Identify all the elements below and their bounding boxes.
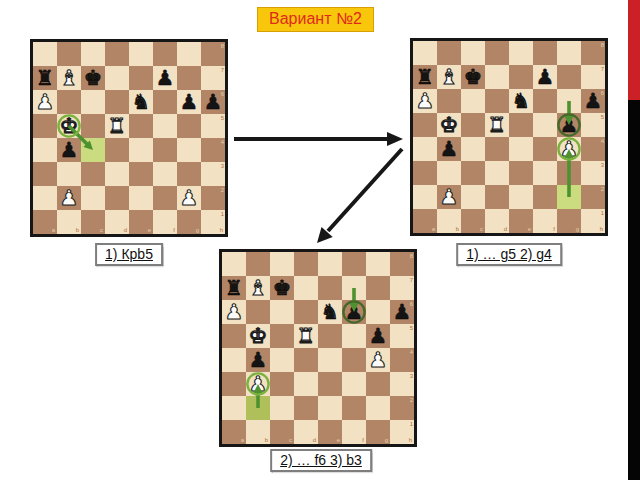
square-d3	[485, 161, 509, 185]
square-g1: g	[557, 209, 581, 233]
square-d8	[105, 42, 129, 66]
square-g5: ♟	[557, 113, 581, 137]
file-label-g: g	[196, 227, 199, 233]
square-a8	[222, 252, 246, 276]
square-d7	[105, 66, 129, 90]
square-f3	[153, 162, 177, 186]
square-d5: ♜	[105, 114, 129, 138]
rank-label-3: 3	[221, 163, 224, 169]
square-c7: ♚	[461, 65, 485, 89]
file-label-c: c	[289, 437, 292, 443]
square-g7	[366, 276, 390, 300]
square-a4	[33, 138, 57, 162]
square-b2	[246, 396, 270, 420]
square-a1: a	[413, 209, 437, 233]
piece-black-p-b4: ♟	[57, 138, 81, 162]
caption-move-3: 2) … f6 3) b3	[270, 449, 372, 472]
square-e4	[318, 348, 342, 372]
piece-black-n-e6: ♞	[318, 300, 342, 324]
square-c2	[270, 396, 294, 420]
square-f8	[533, 41, 557, 65]
square-f7: ♟	[153, 66, 177, 90]
file-label-c: c	[100, 227, 103, 233]
square-a5	[33, 114, 57, 138]
square-c3	[461, 161, 485, 185]
square-f8	[342, 252, 366, 276]
square-g7	[177, 66, 201, 90]
piece-black-p-g5: ♟	[366, 324, 390, 348]
square-b5: ♚	[57, 114, 81, 138]
square-f4	[153, 138, 177, 162]
square-b8	[437, 41, 461, 65]
square-b8	[57, 42, 81, 66]
square-a6: ♟	[222, 300, 246, 324]
square-g6	[557, 89, 581, 113]
square-f5	[342, 324, 366, 348]
square-b4: ♟	[57, 138, 81, 162]
square-e7	[318, 276, 342, 300]
square-h1: 1h	[201, 210, 225, 234]
piece-white-r-d5: ♜	[485, 113, 509, 137]
square-a7: ♜	[33, 66, 57, 90]
file-label-h: h	[600, 226, 603, 232]
square-h8: 8	[390, 252, 414, 276]
square-e1: e	[509, 209, 533, 233]
file-label-c: c	[480, 226, 483, 232]
edge-red-bar	[628, 0, 640, 100]
square-a2	[33, 186, 57, 210]
square-g8	[366, 252, 390, 276]
square-c1: c	[81, 210, 105, 234]
square-f1: f	[342, 420, 366, 444]
square-b5: ♚	[246, 324, 270, 348]
square-h1: 1h	[581, 209, 605, 233]
file-label-d: d	[124, 227, 127, 233]
piece-white-p-a6: ♟	[413, 89, 437, 113]
piece-black-n-e6: ♞	[509, 89, 533, 113]
square-b2: ♟	[57, 186, 81, 210]
rank-label-3: 3	[601, 162, 604, 168]
square-e5	[129, 114, 153, 138]
square-e1: e	[129, 210, 153, 234]
square-d2	[105, 186, 129, 210]
square-h3: 3	[390, 372, 414, 396]
rank-label-8: 8	[601, 42, 604, 48]
rank-label-1: 1	[221, 211, 224, 217]
square-c6	[461, 89, 485, 113]
square-a5	[222, 324, 246, 348]
square-e8	[129, 42, 153, 66]
piece-black-p-f7: ♟	[533, 65, 557, 89]
square-c6	[81, 90, 105, 114]
square-g6: ♟	[177, 90, 201, 114]
square-c7: ♚	[81, 66, 105, 90]
square-h5: 5	[390, 324, 414, 348]
square-h2: 2	[581, 185, 605, 209]
piece-black-p-f7: ♟	[153, 66, 177, 90]
square-e2	[129, 186, 153, 210]
square-d4	[105, 138, 129, 162]
square-g4: ♟	[366, 348, 390, 372]
square-h6: 6♟	[390, 300, 414, 324]
square-d5: ♜	[294, 324, 318, 348]
square-g3	[177, 162, 201, 186]
file-label-e: e	[528, 226, 531, 232]
square-e5	[318, 324, 342, 348]
rank-label-8: 8	[410, 253, 413, 259]
square-c3	[81, 162, 105, 186]
square-g6	[366, 300, 390, 324]
rank-label-2: 2	[221, 187, 224, 193]
chess-grid: 8♜♝♚♟7♟♞6♟♚♜♟5♟♟43♟2abcdefg1h	[413, 41, 605, 233]
piece-white-p-g2: ♟	[177, 186, 201, 210]
square-f6: ♟	[342, 300, 366, 324]
piece-white-p-a6: ♟	[222, 300, 246, 324]
file-label-b: b	[456, 226, 459, 232]
square-h2: 2	[201, 186, 225, 210]
square-h6: 6♟	[581, 89, 605, 113]
square-e1: e	[318, 420, 342, 444]
square-h4: 4	[390, 348, 414, 372]
square-e2	[318, 396, 342, 420]
square-a4	[413, 137, 437, 161]
square-c3	[270, 372, 294, 396]
square-h8: 8	[201, 42, 225, 66]
square-f7: ♟	[533, 65, 557, 89]
square-e7	[509, 65, 533, 89]
square-d1: d	[294, 420, 318, 444]
piece-black-r-a7: ♜	[413, 65, 437, 89]
square-c8	[81, 42, 105, 66]
square-g1: g	[177, 210, 201, 234]
piece-black-p-g6: ♟	[177, 90, 201, 114]
square-c5	[270, 324, 294, 348]
square-g3	[557, 161, 581, 185]
rank-label-5: 5	[601, 114, 604, 120]
file-label-f: f	[553, 226, 555, 232]
square-g2	[366, 396, 390, 420]
square-d2	[485, 185, 509, 209]
square-e7	[129, 66, 153, 90]
piece-white-p-g4: ♟	[366, 348, 390, 372]
square-f2	[153, 186, 177, 210]
square-g8	[557, 41, 581, 65]
slide: Вариант №2 8♜♝♚♟7♟♞♟6♟♚♜5♟43♟♟2abcdefg1h…	[0, 0, 640, 480]
square-b3	[437, 161, 461, 185]
square-b1: b	[437, 209, 461, 233]
square-c5	[461, 113, 485, 137]
square-h5: 5	[581, 113, 605, 137]
square-a8	[33, 42, 57, 66]
rank-label-3: 3	[410, 373, 413, 379]
square-d4	[485, 137, 509, 161]
square-b1: b	[57, 210, 81, 234]
square-a7: ♜	[413, 65, 437, 89]
square-e4	[129, 138, 153, 162]
square-b5: ♚	[437, 113, 461, 137]
square-e6: ♞	[509, 89, 533, 113]
square-e3	[129, 162, 153, 186]
rank-label-8: 8	[221, 43, 224, 49]
rank-label-5: 5	[410, 325, 413, 331]
square-f2	[533, 185, 557, 209]
rank-label-5: 5	[221, 115, 224, 121]
square-g2	[557, 185, 581, 209]
square-f2	[342, 396, 366, 420]
square-e3	[509, 161, 533, 185]
square-b6	[57, 90, 81, 114]
square-c4	[461, 137, 485, 161]
square-f1: f	[533, 209, 557, 233]
square-h5: 5	[201, 114, 225, 138]
square-a1: a	[222, 420, 246, 444]
square-c5	[81, 114, 105, 138]
file-label-g: g	[385, 437, 388, 443]
chess-board-initial: 8♜♝♚♟7♟♞♟6♟♚♜5♟43♟♟2abcdefg1h	[30, 39, 228, 237]
square-b4: ♟	[246, 348, 270, 372]
piece-black-k-c7: ♚	[81, 66, 105, 90]
file-label-d: d	[313, 437, 316, 443]
rank-label-1: 1	[410, 421, 413, 427]
rank-label-4: 4	[601, 138, 604, 144]
square-g5: ♟	[366, 324, 390, 348]
square-g7	[557, 65, 581, 89]
arrow-diagonal-icon	[317, 149, 402, 243]
square-c2	[81, 186, 105, 210]
square-a3	[413, 161, 437, 185]
rank-label-2: 2	[601, 186, 604, 192]
square-f4	[533, 137, 557, 161]
file-label-b: b	[76, 227, 79, 233]
square-a3	[33, 162, 57, 186]
square-c6	[270, 300, 294, 324]
piece-black-k-c7: ♚	[270, 276, 294, 300]
square-c4	[81, 138, 105, 162]
square-h8: 8	[581, 41, 605, 65]
rank-label-2: 2	[410, 397, 413, 403]
piece-black-p-h6: ♟	[201, 90, 225, 114]
square-d8	[294, 252, 318, 276]
square-f6	[533, 89, 557, 113]
file-label-f: f	[173, 227, 175, 233]
caption-move-1: 1) Крb5	[95, 243, 163, 266]
square-b7: ♝	[437, 65, 461, 89]
arrow-right-icon	[234, 132, 403, 146]
chess-board-after-b3: 8♜♝♚7♟♞♟6♟♚♜♟5♟♟4♟32abcdefg1h	[219, 249, 417, 447]
square-g4	[177, 138, 201, 162]
piece-white-p-b2: ♟	[57, 186, 81, 210]
square-d5: ♜	[485, 113, 509, 137]
square-h7: 7	[201, 66, 225, 90]
square-b6	[246, 300, 270, 324]
square-h3: 3	[201, 162, 225, 186]
square-e6: ♞	[318, 300, 342, 324]
square-a1: a	[33, 210, 57, 234]
square-a2	[413, 185, 437, 209]
file-label-e: e	[148, 227, 151, 233]
square-f7	[342, 276, 366, 300]
piece-white-p-b3: ♟	[246, 372, 270, 396]
square-d1: d	[485, 209, 509, 233]
file-label-a: a	[52, 227, 55, 233]
square-d3	[294, 372, 318, 396]
square-f1: f	[153, 210, 177, 234]
piece-black-p-b4: ♟	[437, 137, 461, 161]
file-label-e: e	[337, 437, 340, 443]
square-d6	[105, 90, 129, 114]
piece-white-r-d5: ♜	[294, 324, 318, 348]
piece-white-r-d5: ♜	[105, 114, 129, 138]
piece-white-b-b7: ♝	[437, 65, 461, 89]
edge-black-bar	[628, 100, 640, 480]
square-c2	[461, 185, 485, 209]
rank-label-7: 7	[410, 277, 413, 283]
square-f3	[533, 161, 557, 185]
piece-black-r-a7: ♜	[222, 276, 246, 300]
square-b3: ♟	[246, 372, 270, 396]
rank-label-4: 4	[221, 139, 224, 145]
square-d8	[485, 41, 509, 65]
square-g2: ♟	[177, 186, 201, 210]
rank-label-7: 7	[221, 67, 224, 73]
piece-black-p-f6: ♟	[342, 300, 366, 324]
variant-title-badge: Вариант №2	[257, 7, 374, 32]
square-e2	[509, 185, 533, 209]
piece-white-b-b7: ♝	[246, 276, 270, 300]
square-a5	[413, 113, 437, 137]
piece-black-p-b4: ♟	[246, 348, 270, 372]
piece-white-p-g4: ♟	[557, 137, 581, 161]
rank-label-1: 1	[601, 210, 604, 216]
square-a6: ♟	[413, 89, 437, 113]
square-b4: ♟	[437, 137, 461, 161]
square-d1: d	[105, 210, 129, 234]
square-h1: 1h	[390, 420, 414, 444]
square-a2	[222, 396, 246, 420]
piece-white-p-a6: ♟	[33, 90, 57, 114]
square-b3	[57, 162, 81, 186]
square-h2: 2	[390, 396, 414, 420]
square-g4: ♟	[557, 137, 581, 161]
square-g1: g	[366, 420, 390, 444]
square-d6	[485, 89, 509, 113]
rank-label-7: 7	[601, 66, 604, 72]
square-f6	[153, 90, 177, 114]
piece-black-p-g5: ♟	[557, 113, 581, 137]
square-e3	[318, 372, 342, 396]
file-label-f: f	[362, 437, 364, 443]
file-label-h: h	[220, 227, 223, 233]
piece-black-p-h6: ♟	[390, 300, 414, 324]
piece-white-k-b5: ♚	[437, 113, 461, 137]
square-c1: c	[461, 209, 485, 233]
square-a7: ♜	[222, 276, 246, 300]
chess-grid: 8♜♝♚7♟♞♟6♟♚♜♟5♟♟4♟32abcdefg1h	[222, 252, 414, 444]
square-c1: c	[270, 420, 294, 444]
square-b6	[437, 89, 461, 113]
square-c7: ♚	[270, 276, 294, 300]
chess-grid: 8♜♝♚♟7♟♞♟6♟♚♜5♟43♟♟2abcdefg1h	[33, 42, 225, 234]
piece-black-k-c7: ♚	[461, 65, 485, 89]
square-a8	[413, 41, 437, 65]
square-c4	[270, 348, 294, 372]
square-e5	[509, 113, 533, 137]
square-f5	[153, 114, 177, 138]
square-g3	[366, 372, 390, 396]
square-d3	[105, 162, 129, 186]
rank-label-4: 4	[410, 349, 413, 355]
caption-move-2: 1) … g5 2) g4	[456, 243, 562, 266]
piece-white-p-b2: ♟	[437, 185, 461, 209]
square-f5	[533, 113, 557, 137]
square-f4	[342, 348, 366, 372]
square-b7: ♝	[57, 66, 81, 90]
square-b8	[246, 252, 270, 276]
square-a6: ♟	[33, 90, 57, 114]
file-label-b: b	[265, 437, 268, 443]
square-g5	[177, 114, 201, 138]
square-g8	[177, 42, 201, 66]
square-a3	[222, 372, 246, 396]
square-c8	[461, 41, 485, 65]
square-c8	[270, 252, 294, 276]
square-a4	[222, 348, 246, 372]
file-label-h: h	[409, 437, 412, 443]
file-label-a: a	[432, 226, 435, 232]
square-h6: 6♟	[201, 90, 225, 114]
square-h7: 7	[390, 276, 414, 300]
piece-white-k-b5: ♚	[246, 324, 270, 348]
file-label-a: a	[241, 437, 244, 443]
square-d2	[294, 396, 318, 420]
chess-board-after-g4: 8♜♝♚♟7♟♞6♟♚♜♟5♟♟43♟2abcdefg1h	[410, 38, 608, 236]
square-b2: ♟	[437, 185, 461, 209]
piece-white-b-b7: ♝	[57, 66, 81, 90]
square-d6	[294, 300, 318, 324]
square-d7	[294, 276, 318, 300]
square-e8	[318, 252, 342, 276]
square-h7: 7	[581, 65, 605, 89]
piece-black-r-a7: ♜	[33, 66, 57, 90]
square-d4	[294, 348, 318, 372]
square-h4: 4	[201, 138, 225, 162]
square-e6: ♞	[129, 90, 153, 114]
square-e8	[509, 41, 533, 65]
square-h4: 4	[581, 137, 605, 161]
file-label-d: d	[504, 226, 507, 232]
square-b1: b	[246, 420, 270, 444]
square-f3	[342, 372, 366, 396]
square-b7: ♝	[246, 276, 270, 300]
square-f8	[153, 42, 177, 66]
square-d7	[485, 65, 509, 89]
piece-black-n-e6: ♞	[129, 90, 153, 114]
piece-black-p-h6: ♟	[581, 89, 605, 113]
square-h3: 3	[581, 161, 605, 185]
file-label-g: g	[576, 226, 579, 232]
piece-white-k-b5: ♚	[57, 114, 81, 138]
square-e4	[509, 137, 533, 161]
